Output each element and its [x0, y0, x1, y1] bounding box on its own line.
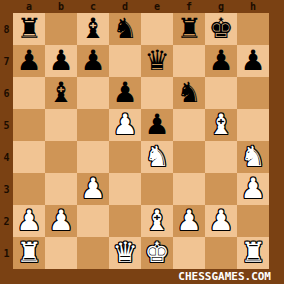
- square-g3[interactable]: [205, 173, 237, 205]
- square-f5[interactable]: [173, 109, 205, 141]
- square-g4[interactable]: [205, 141, 237, 173]
- square-d3[interactable]: [109, 173, 141, 205]
- square-a7[interactable]: ♟: [13, 45, 45, 77]
- piece-black-pawn-h7: ♟: [237, 45, 269, 77]
- square-h2[interactable]: [237, 205, 269, 237]
- piece-black-pawn-a7: ♟: [13, 45, 45, 77]
- rank-label-1: 1: [0, 237, 13, 269]
- square-c8[interactable]: ♝: [77, 13, 109, 45]
- square-f1[interactable]: [173, 237, 205, 269]
- square-b1[interactable]: [45, 237, 77, 269]
- square-b5[interactable]: [45, 109, 77, 141]
- square-f6[interactable]: ♞: [173, 77, 205, 109]
- piece-black-pawn-b7: ♟: [45, 45, 77, 77]
- square-g1[interactable]: [205, 237, 237, 269]
- board: ♜♝♞♜♚♟♟♟♛♟♟♝♟♞♟♟♝♞♞♟♟♟♟♝♟♟♜♛♚♜: [13, 13, 269, 269]
- square-g7[interactable]: ♟: [205, 45, 237, 77]
- square-d2[interactable]: [109, 205, 141, 237]
- piece-black-rook-a8: ♜: [13, 13, 45, 45]
- piece-white-rook-h1: ♜: [237, 237, 269, 269]
- square-h6[interactable]: [237, 77, 269, 109]
- square-g8[interactable]: ♚: [205, 13, 237, 45]
- square-c2[interactable]: [77, 205, 109, 237]
- square-h7[interactable]: ♟: [237, 45, 269, 77]
- square-g2[interactable]: ♟: [205, 205, 237, 237]
- square-a1[interactable]: ♜: [13, 237, 45, 269]
- square-c1[interactable]: [77, 237, 109, 269]
- square-h1[interactable]: ♜: [237, 237, 269, 269]
- square-d7[interactable]: [109, 45, 141, 77]
- rank-labels: 87654321: [0, 13, 13, 269]
- square-h3[interactable]: ♟: [237, 173, 269, 205]
- square-c4[interactable]: [77, 141, 109, 173]
- piece-black-pawn-g7: ♟: [205, 45, 237, 77]
- square-f7[interactable]: [173, 45, 205, 77]
- square-e7[interactable]: ♛: [141, 45, 173, 77]
- piece-white-rook-a1: ♜: [13, 237, 45, 269]
- square-b8[interactable]: [45, 13, 77, 45]
- square-d4[interactable]: [109, 141, 141, 173]
- rank-label-8: 8: [0, 13, 13, 45]
- square-e5[interactable]: ♟: [141, 109, 173, 141]
- file-label-b: b: [45, 0, 77, 13]
- square-f8[interactable]: ♜: [173, 13, 205, 45]
- piece-white-bishop-e2: ♝: [141, 205, 173, 237]
- file-label-e: e: [141, 0, 173, 13]
- rank-label-6: 6: [0, 77, 13, 109]
- piece-white-bishop-g5: ♝: [205, 109, 237, 141]
- square-e6[interactable]: [141, 77, 173, 109]
- square-a2[interactable]: ♟: [13, 205, 45, 237]
- square-d1[interactable]: ♛: [109, 237, 141, 269]
- piece-black-knight-d8: ♞: [109, 13, 141, 45]
- rank-label-3: 3: [0, 173, 13, 205]
- piece-white-knight-e4: ♞: [141, 141, 173, 173]
- square-e4[interactable]: ♞: [141, 141, 173, 173]
- piece-black-rook-f8: ♜: [173, 13, 205, 45]
- piece-white-pawn-a2: ♟: [13, 205, 45, 237]
- square-h5[interactable]: [237, 109, 269, 141]
- square-d5[interactable]: ♟: [109, 109, 141, 141]
- piece-black-king-g8: ♚: [205, 13, 237, 45]
- square-a3[interactable]: [13, 173, 45, 205]
- piece-white-pawn-d5: ♟: [109, 109, 141, 141]
- piece-white-pawn-g2: ♟: [205, 205, 237, 237]
- piece-black-bishop-b6: ♝: [45, 77, 77, 109]
- square-e1[interactable]: ♚: [141, 237, 173, 269]
- square-a5[interactable]: [13, 109, 45, 141]
- piece-white-pawn-c3: ♟: [77, 173, 109, 205]
- piece-white-pawn-h3: ♟: [237, 173, 269, 205]
- piece-white-pawn-f2: ♟: [173, 205, 205, 237]
- square-b6[interactable]: ♝: [45, 77, 77, 109]
- piece-black-pawn-d6: ♟: [109, 77, 141, 109]
- piece-black-pawn-e5: ♟: [141, 109, 173, 141]
- square-a8[interactable]: ♜: [13, 13, 45, 45]
- square-g6[interactable]: [205, 77, 237, 109]
- piece-black-pawn-c7: ♟: [77, 45, 109, 77]
- square-e2[interactable]: ♝: [141, 205, 173, 237]
- piece-white-queen-d1: ♛: [109, 237, 141, 269]
- square-h8[interactable]: [237, 13, 269, 45]
- square-a4[interactable]: [13, 141, 45, 173]
- square-h4[interactable]: ♞: [237, 141, 269, 173]
- square-b3[interactable]: [45, 173, 77, 205]
- square-c7[interactable]: ♟: [77, 45, 109, 77]
- square-f3[interactable]: [173, 173, 205, 205]
- square-e8[interactable]: [141, 13, 173, 45]
- piece-black-bishop-c8: ♝: [77, 13, 109, 45]
- square-a6[interactable]: [13, 77, 45, 109]
- square-f4[interactable]: [173, 141, 205, 173]
- piece-black-queen-e7: ♛: [141, 45, 173, 77]
- piece-white-king-e1: ♚: [141, 237, 173, 269]
- square-f2[interactable]: ♟: [173, 205, 205, 237]
- rank-label-4: 4: [0, 141, 13, 173]
- square-c6[interactable]: [77, 77, 109, 109]
- piece-black-knight-f6: ♞: [173, 77, 205, 109]
- file-label-h: h: [237, 0, 269, 13]
- square-d6[interactable]: ♟: [109, 77, 141, 109]
- chess-board-frame: abcdefgh 87654321 ♜♝♞♜♚♟♟♟♛♟♟♝♟♞♟♟♝♞♞♟♟♟…: [0, 0, 284, 284]
- square-e3[interactable]: [141, 173, 173, 205]
- square-g5[interactable]: ♝: [205, 109, 237, 141]
- square-d8[interactable]: ♞: [109, 13, 141, 45]
- square-b4[interactable]: [45, 141, 77, 173]
- piece-white-pawn-b2: ♟: [45, 205, 77, 237]
- site-credit: CHESSGAMES.COM: [178, 270, 271, 283]
- square-b7[interactable]: ♟: [45, 45, 77, 77]
- rank-label-7: 7: [0, 45, 13, 77]
- square-c3[interactable]: ♟: [77, 173, 109, 205]
- square-b2[interactable]: ♟: [45, 205, 77, 237]
- piece-white-knight-h4: ♞: [237, 141, 269, 173]
- square-c5[interactable]: [77, 109, 109, 141]
- rank-label-2: 2: [0, 205, 13, 237]
- rank-label-5: 5: [0, 109, 13, 141]
